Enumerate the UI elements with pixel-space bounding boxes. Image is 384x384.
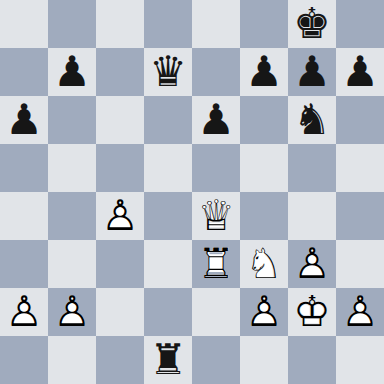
black-pawn-glyph: ♟ — [336, 48, 384, 96]
white-pawn-outline: ♙ — [0, 288, 48, 336]
white-pawn-outline: ♙ — [48, 288, 96, 336]
square-h5[interactable] — [336, 144, 384, 192]
square-c2[interactable] — [96, 288, 144, 336]
black-pawn-glyph: ♟ — [48, 48, 96, 96]
square-b8[interactable] — [48, 0, 96, 48]
black-knight-glyph: ♞ — [288, 96, 336, 144]
square-g5[interactable] — [288, 144, 336, 192]
square-e2[interactable] — [192, 288, 240, 336]
square-e6[interactable]: ♟ — [192, 96, 240, 144]
square-a3[interactable] — [0, 240, 48, 288]
chess-board: ♚♟♛♟♟♟♟♟♞♟♙♛♕♜♖♞♘♟♙♟♙♟♙♟♙♚♔♟♙♜ — [0, 0, 384, 384]
square-c7[interactable] — [96, 48, 144, 96]
black-pawn-piece[interactable]: ♟ — [336, 48, 384, 96]
black-pawn-piece[interactable]: ♟ — [288, 48, 336, 96]
square-e1[interactable] — [192, 336, 240, 384]
square-g7[interactable]: ♟ — [288, 48, 336, 96]
black-rook-piece[interactable]: ♜ — [144, 336, 192, 384]
white-pawn-piece[interactable]: ♟♙ — [48, 288, 96, 336]
square-a6[interactable]: ♟ — [0, 96, 48, 144]
square-e5[interactable] — [192, 144, 240, 192]
square-b2[interactable]: ♟♙ — [48, 288, 96, 336]
square-a4[interactable] — [0, 192, 48, 240]
square-g2[interactable]: ♚♔ — [288, 288, 336, 336]
black-pawn-piece[interactable]: ♟ — [0, 96, 48, 144]
white-rook-piece[interactable]: ♜♖ — [192, 240, 240, 288]
square-d1[interactable]: ♜ — [144, 336, 192, 384]
square-g1[interactable] — [288, 336, 336, 384]
black-pawn-glyph: ♟ — [288, 48, 336, 96]
square-f5[interactable] — [240, 144, 288, 192]
white-pawn-outline: ♙ — [336, 288, 384, 336]
square-f7[interactable]: ♟ — [240, 48, 288, 96]
square-f6[interactable] — [240, 96, 288, 144]
square-e8[interactable] — [192, 0, 240, 48]
square-g6[interactable]: ♞ — [288, 96, 336, 144]
square-c3[interactable] — [96, 240, 144, 288]
square-c5[interactable] — [96, 144, 144, 192]
square-a7[interactable] — [0, 48, 48, 96]
square-e4[interactable]: ♛♕ — [192, 192, 240, 240]
white-pawn-outline: ♙ — [288, 240, 336, 288]
square-h2[interactable]: ♟♙ — [336, 288, 384, 336]
black-rook-glyph: ♜ — [144, 336, 192, 384]
black-pawn-piece[interactable]: ♟ — [192, 96, 240, 144]
white-pawn-outline: ♙ — [96, 192, 144, 240]
square-d7[interactable]: ♛ — [144, 48, 192, 96]
square-h4[interactable] — [336, 192, 384, 240]
square-f8[interactable] — [240, 0, 288, 48]
black-pawn-glyph: ♟ — [0, 96, 48, 144]
square-b7[interactable]: ♟ — [48, 48, 96, 96]
square-b1[interactable] — [48, 336, 96, 384]
square-e3[interactable]: ♜♖ — [192, 240, 240, 288]
white-queen-piece[interactable]: ♛♕ — [192, 192, 240, 240]
square-f1[interactable] — [240, 336, 288, 384]
square-b3[interactable] — [48, 240, 96, 288]
white-queen-outline: ♕ — [192, 192, 240, 240]
square-d8[interactable] — [144, 0, 192, 48]
square-h6[interactable] — [336, 96, 384, 144]
black-queen-glyph: ♛ — [144, 48, 192, 96]
white-pawn-piece[interactable]: ♟♙ — [240, 288, 288, 336]
black-pawn-glyph: ♟ — [240, 48, 288, 96]
black-knight-piece[interactable]: ♞ — [288, 96, 336, 144]
square-d2[interactable] — [144, 288, 192, 336]
white-king-piece[interactable]: ♚♔ — [288, 288, 336, 336]
black-pawn-piece[interactable]: ♟ — [240, 48, 288, 96]
black-king-piece[interactable]: ♚ — [288, 0, 336, 48]
square-e7[interactable] — [192, 48, 240, 96]
square-d4[interactable] — [144, 192, 192, 240]
square-h8[interactable] — [336, 0, 384, 48]
square-a1[interactable] — [0, 336, 48, 384]
square-f3[interactable]: ♞♘ — [240, 240, 288, 288]
square-g8[interactable]: ♚ — [288, 0, 336, 48]
square-d5[interactable] — [144, 144, 192, 192]
white-pawn-piece[interactable]: ♟♙ — [336, 288, 384, 336]
square-c4[interactable]: ♟♙ — [96, 192, 144, 240]
square-c6[interactable] — [96, 96, 144, 144]
square-b6[interactable] — [48, 96, 96, 144]
square-c1[interactable] — [96, 336, 144, 384]
square-b5[interactable] — [48, 144, 96, 192]
white-king-outline: ♔ — [288, 288, 336, 336]
white-pawn-outline: ♙ — [240, 288, 288, 336]
white-pawn-piece[interactable]: ♟♙ — [288, 240, 336, 288]
square-h1[interactable] — [336, 336, 384, 384]
square-f4[interactable] — [240, 192, 288, 240]
square-c8[interactable] — [96, 0, 144, 48]
square-h7[interactable]: ♟ — [336, 48, 384, 96]
white-pawn-piece[interactable]: ♟♙ — [96, 192, 144, 240]
square-b4[interactable] — [48, 192, 96, 240]
square-a2[interactable]: ♟♙ — [0, 288, 48, 336]
square-a8[interactable] — [0, 0, 48, 48]
black-queen-piece[interactable]: ♛ — [144, 48, 192, 96]
square-g3[interactable]: ♟♙ — [288, 240, 336, 288]
square-h3[interactable] — [336, 240, 384, 288]
black-pawn-piece[interactable]: ♟ — [48, 48, 96, 96]
black-pawn-glyph: ♟ — [192, 96, 240, 144]
black-king-glyph: ♚ — [288, 0, 336, 48]
white-pawn-piece[interactable]: ♟♙ — [0, 288, 48, 336]
white-rook-outline: ♖ — [192, 240, 240, 288]
square-d3[interactable] — [144, 240, 192, 288]
white-knight-outline: ♘ — [240, 240, 288, 288]
square-a5[interactable] — [0, 144, 48, 192]
white-knight-piece[interactable]: ♞♘ — [240, 240, 288, 288]
square-g4[interactable] — [288, 192, 336, 240]
square-d6[interactable] — [144, 96, 192, 144]
square-f2[interactable]: ♟♙ — [240, 288, 288, 336]
